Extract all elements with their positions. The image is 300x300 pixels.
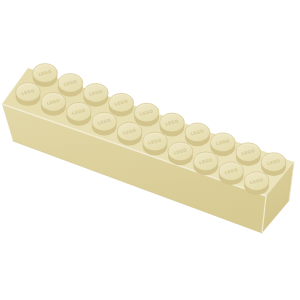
stud: LEGO bbox=[244, 172, 269, 195]
stud: LEGO bbox=[66, 102, 91, 125]
stud: LEGO bbox=[83, 83, 108, 106]
stud: LEGO bbox=[41, 93, 66, 116]
stud: LEGO bbox=[16, 83, 41, 106]
stud: LEGO bbox=[261, 153, 286, 176]
stud: LEGO bbox=[160, 113, 185, 136]
stud: LEGO bbox=[92, 112, 117, 135]
stud: LEGO bbox=[33, 64, 58, 87]
stud: LEGO bbox=[109, 93, 134, 116]
product-photo: LEGOLEGOLEGOLEGOLEGOLEGOLEGOLEGOLEGOLEGO… bbox=[0, 0, 300, 300]
stud: LEGO bbox=[117, 122, 142, 145]
stud: LEGO bbox=[219, 162, 244, 185]
stud: LEGO bbox=[134, 103, 159, 126]
stud: LEGO bbox=[143, 132, 168, 155]
stud: LEGO bbox=[58, 74, 83, 97]
stud: LEGO bbox=[168, 142, 193, 165]
stud: LEGO bbox=[236, 143, 261, 166]
stud: LEGO bbox=[185, 123, 210, 146]
lego-brick: LEGOLEGOLEGOLEGOLEGOLEGOLEGOLEGOLEGOLEGO… bbox=[0, 0, 300, 300]
stud: LEGO bbox=[210, 133, 235, 156]
stud: LEGO bbox=[193, 152, 218, 175]
